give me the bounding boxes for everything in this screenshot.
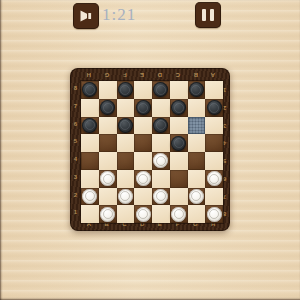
- white-piece-c2[interactable]: [118, 189, 133, 204]
- white-piece-e2[interactable]: [153, 189, 168, 204]
- app-background: 1:21 HGFEDCBA ABCDEFGH 87654321 12345678: [0, 0, 300, 300]
- square-c5[interactable]: [117, 134, 135, 152]
- square-g4[interactable]: [188, 152, 206, 170]
- black-piece-c8[interactable]: [118, 82, 133, 97]
- square-a6[interactable]: [81, 117, 99, 135]
- square-b8[interactable]: [99, 81, 117, 99]
- white-piece-a2[interactable]: [82, 189, 97, 204]
- pause-icon: [202, 9, 214, 21]
- square-f2[interactable]: [170, 188, 188, 206]
- square-h5[interactable]: [205, 134, 223, 152]
- square-h3[interactable]: [205, 170, 223, 188]
- white-piece-d3[interactable]: [136, 171, 151, 186]
- square-c6[interactable]: [117, 117, 135, 135]
- square-f3[interactable]: [170, 170, 188, 188]
- board-grid: [80, 80, 224, 224]
- file-top-label-b: B: [187, 70, 205, 79]
- file-top-label-g: G: [98, 70, 116, 79]
- square-d6[interactable]: [134, 117, 152, 135]
- square-g5[interactable]: [188, 134, 206, 152]
- square-d5[interactable]: [134, 134, 152, 152]
- square-f6[interactable]: [170, 117, 188, 135]
- square-a3[interactable]: [81, 170, 99, 188]
- board-files-top: HGFEDCBA: [80, 70, 222, 79]
- square-d1[interactable]: [134, 205, 152, 223]
- square-g2[interactable]: [188, 188, 206, 206]
- square-h6[interactable]: [205, 117, 223, 135]
- square-e8[interactable]: [152, 81, 170, 99]
- square-h2[interactable]: [205, 188, 223, 206]
- square-a5[interactable]: [81, 134, 99, 152]
- square-c2[interactable]: [117, 188, 135, 206]
- square-h7[interactable]: [205, 99, 223, 117]
- square-d3[interactable]: [134, 170, 152, 188]
- rank-left-label-7: 7: [71, 98, 80, 116]
- file-top-label-d: D: [151, 70, 169, 79]
- square-b6[interactable]: [99, 117, 117, 135]
- white-piece-e4[interactable]: [153, 153, 168, 168]
- square-f7[interactable]: [170, 99, 188, 117]
- game-timer: 1:21: [102, 2, 136, 28]
- square-a8[interactable]: [81, 81, 99, 99]
- square-g8[interactable]: [188, 81, 206, 99]
- square-g7[interactable]: [188, 99, 206, 117]
- square-b1[interactable]: [99, 205, 117, 223]
- rank-left-label-1: 1: [71, 204, 80, 222]
- sound-button[interactable]: [73, 3, 99, 29]
- square-e4[interactable]: [152, 152, 170, 170]
- square-c4[interactable]: [117, 152, 135, 170]
- file-top-label-f: F: [116, 70, 134, 79]
- square-c1[interactable]: [117, 205, 135, 223]
- rank-left-label-3: 3: [71, 169, 80, 187]
- black-piece-a8[interactable]: [82, 82, 97, 97]
- checkers-board: HGFEDCBA ABCDEFGH 87654321 12345678: [70, 68, 230, 231]
- square-d8[interactable]: [134, 81, 152, 99]
- rank-left-label-2: 2: [71, 187, 80, 205]
- square-b2[interactable]: [99, 188, 117, 206]
- square-e5[interactable]: [152, 134, 170, 152]
- square-f8[interactable]: [170, 81, 188, 99]
- black-piece-c6[interactable]: [118, 118, 133, 133]
- black-piece-e6[interactable]: [153, 118, 168, 133]
- square-e7[interactable]: [152, 99, 170, 117]
- white-piece-h1[interactable]: [207, 207, 222, 222]
- black-piece-b7[interactable]: [100, 100, 115, 115]
- white-piece-g2[interactable]: [189, 189, 204, 204]
- square-e3[interactable]: [152, 170, 170, 188]
- square-d4[interactable]: [134, 152, 152, 170]
- square-c3[interactable]: [117, 170, 135, 188]
- black-piece-g8[interactable]: [189, 82, 204, 97]
- file-top-label-h: H: [80, 70, 98, 79]
- black-piece-f7[interactable]: [171, 100, 186, 115]
- black-piece-e8[interactable]: [153, 82, 168, 97]
- white-piece-b3[interactable]: [100, 171, 115, 186]
- black-piece-h7[interactable]: [207, 100, 222, 115]
- rank-left-label-6: 6: [71, 116, 80, 134]
- square-c7[interactable]: [117, 99, 135, 117]
- square-f5[interactable]: [170, 134, 188, 152]
- square-a7[interactable]: [81, 99, 99, 117]
- pause-button[interactable]: [195, 2, 221, 28]
- white-piece-h3[interactable]: [207, 171, 222, 186]
- square-b5[interactable]: [99, 134, 117, 152]
- square-g3[interactable]: [188, 170, 206, 188]
- square-b3[interactable]: [99, 170, 117, 188]
- square-e6[interactable]: [152, 117, 170, 135]
- square-f4[interactable]: [170, 152, 188, 170]
- rank-left-label-8: 8: [71, 80, 80, 98]
- white-piece-f1[interactable]: [171, 207, 186, 222]
- square-b4[interactable]: [99, 152, 117, 170]
- board-ranks-left: 87654321: [71, 80, 80, 222]
- square-h4[interactable]: [205, 152, 223, 170]
- square-c8[interactable]: [117, 81, 135, 99]
- rank-left-label-4: 4: [71, 151, 80, 169]
- file-top-label-a: A: [204, 70, 222, 79]
- square-d7[interactable]: [134, 99, 152, 117]
- square-h8[interactable]: [205, 81, 223, 99]
- black-piece-d7[interactable]: [136, 100, 151, 115]
- square-b7[interactable]: [99, 99, 117, 117]
- square-g6[interactable]: [188, 117, 206, 135]
- black-piece-f5[interactable]: [171, 136, 186, 151]
- square-e1[interactable]: [152, 205, 170, 223]
- square-a1[interactable]: [81, 205, 99, 223]
- file-top-label-c: C: [169, 70, 187, 79]
- white-piece-b1[interactable]: [100, 207, 115, 222]
- square-g1[interactable]: [188, 205, 206, 223]
- speaker-icon: [79, 9, 93, 23]
- square-d2[interactable]: [134, 188, 152, 206]
- square-e2[interactable]: [152, 188, 170, 206]
- square-a4[interactable]: [81, 152, 99, 170]
- black-piece-a6[interactable]: [82, 118, 97, 133]
- rank-left-label-5: 5: [71, 133, 80, 151]
- white-piece-d1[interactable]: [136, 207, 151, 222]
- square-h1[interactable]: [205, 205, 223, 223]
- file-top-label-e: E: [133, 70, 151, 79]
- square-a2[interactable]: [81, 188, 99, 206]
- square-f1[interactable]: [170, 205, 188, 223]
